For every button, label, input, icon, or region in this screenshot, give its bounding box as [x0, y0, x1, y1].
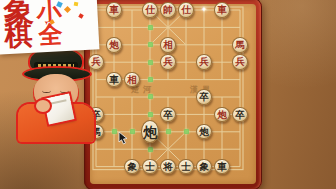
piece-red-兵[interactable]: 兵 [160, 54, 176, 70]
piece-black-卒[interactable]: 卒 [196, 89, 212, 105]
confetti-bit [74, 2, 79, 7]
piece-red-炮[interactable]: 炮 [214, 107, 230, 123]
piece-red-仕[interactable]: 仕 [178, 2, 194, 18]
piece-layer: 車仕帥仕車炮相馬兵兵兵兵相炮車卒卒卒卒馬炮炮象士将士象車✦ [87, 1, 249, 175]
move-hint-dot[interactable] [166, 129, 171, 134]
poster-char-quan: 全 [38, 22, 63, 47]
piece-red-兵[interactable]: 兵 [232, 54, 248, 70]
piece-black-卒[interactable]: 卒 [232, 107, 248, 123]
piece-black-卒[interactable]: 卒 [160, 107, 176, 123]
piece-black-象[interactable]: 象 [124, 159, 140, 175]
poster-char-qi: 棋 [4, 21, 33, 50]
piece-red-炮[interactable]: 炮 [106, 37, 122, 53]
move-hint-dot[interactable] [184, 129, 189, 134]
piece-black-炮[interactable]: 炮 [141, 120, 159, 143]
piece-black-将[interactable]: 将 [160, 159, 176, 175]
piece-black-炮[interactable]: 炮 [196, 124, 212, 140]
piece-black-士[interactable]: 士 [178, 159, 194, 175]
sparkle-effect: ✦ [201, 5, 208, 14]
eye [42, 88, 51, 93]
piece-red-相[interactable]: 相 [124, 72, 140, 88]
piece-red-相[interactable]: 相 [160, 37, 176, 53]
piece-red-兵[interactable]: 兵 [196, 54, 212, 70]
move-hint-dot[interactable] [148, 25, 153, 30]
move-hint-dot[interactable] [148, 42, 153, 47]
piece-red-帥[interactable]: 帥 [160, 2, 176, 18]
carton-line [48, 99, 67, 104]
title-poster: 象 小 棋 全 [0, 0, 99, 55]
streamer-photo-sticker [0, 46, 102, 142]
piece-red-仕[interactable]: 仕 [142, 2, 158, 18]
move-hint-dot[interactable] [148, 60, 153, 65]
hat-text [38, 64, 74, 67]
piece-red-車[interactable]: 車 [214, 2, 230, 18]
piece-red-車[interactable]: 車 [106, 2, 122, 18]
move-hint-dot[interactable] [130, 129, 135, 134]
move-hint-dot[interactable] [148, 77, 153, 82]
move-hint-dot[interactable] [148, 147, 153, 152]
hand [36, 100, 50, 112]
move-hint-dot[interactable] [112, 129, 117, 134]
piece-black-車[interactable]: 車 [106, 72, 122, 88]
eye [60, 88, 69, 93]
piece-black-士[interactable]: 士 [142, 159, 158, 175]
piece-black-車[interactable]: 車 [214, 159, 230, 175]
piece-black-象[interactable]: 象 [196, 159, 212, 175]
move-hint-dot[interactable] [148, 94, 153, 99]
move-hint-dot[interactable] [148, 112, 153, 117]
piece-red-馬[interactable]: 馬 [232, 37, 248, 53]
app-screen: 楚河 漢界 車仕帥仕車炮相馬兵兵兵兵相炮車卒卒卒卒馬炮炮象士将士象車✦ 象 小 … [0, 0, 336, 189]
